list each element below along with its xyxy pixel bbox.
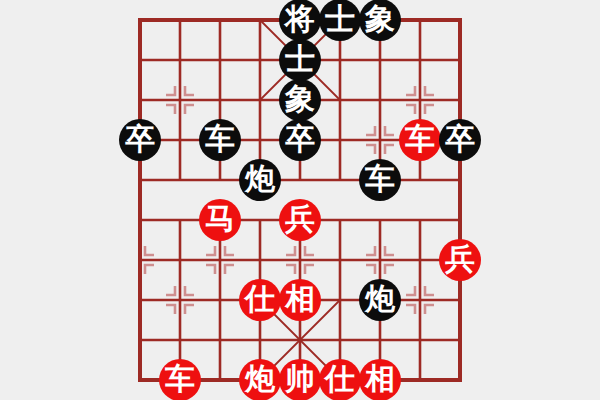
piece-glyph: 马	[205, 204, 235, 234]
piece-black-king[interactable]: 将	[279, 0, 321, 41]
piece-black-elephant[interactable]: 象	[359, 0, 401, 41]
piece-glyph: 卒	[125, 124, 155, 154]
piece-black-chariot[interactable]: 车	[359, 159, 401, 201]
piece-red-soldier[interactable]: 兵	[279, 199, 321, 241]
piece-glyph: 炮	[245, 164, 275, 194]
piece-glyph: 车	[205, 124, 235, 154]
piece-glyph: 象	[365, 4, 395, 34]
piece-red-chariot[interactable]: 车	[159, 359, 201, 400]
piece-glyph: 仕	[245, 284, 275, 314]
piece-red-advisor[interactable]: 仕	[319, 359, 361, 400]
piece-black-advisor[interactable]: 士	[279, 39, 321, 81]
piece-black-soldier[interactable]: 卒	[279, 119, 321, 161]
piece-glyph: 仕	[325, 364, 355, 394]
piece-red-chariot[interactable]: 车	[399, 119, 441, 161]
piece-glyph: 车	[165, 364, 195, 394]
piece-glyph: 卒	[445, 124, 475, 154]
piece-black-cannon[interactable]: 炮	[239, 159, 281, 201]
piece-glyph: 车	[405, 124, 435, 154]
piece-glyph: 帅	[285, 364, 315, 394]
piece-red-elephant[interactable]: 相	[359, 359, 401, 400]
piece-black-elephant[interactable]: 象	[279, 79, 321, 121]
piece-glyph: 象	[285, 84, 315, 114]
piece-glyph: 车	[365, 164, 395, 194]
piece-glyph: 炮	[365, 284, 395, 314]
piece-glyph: 将	[285, 4, 315, 34]
piece-red-king[interactable]: 帅	[279, 359, 321, 400]
pieces-grid: 将士象士象卒车卒车卒炮车马兵兵仕相炮车炮帅仕相	[120, 0, 480, 400]
piece-black-soldier[interactable]: 卒	[119, 119, 161, 161]
piece-glyph: 炮	[245, 364, 275, 394]
piece-black-advisor[interactable]: 士	[319, 0, 361, 41]
piece-red-soldier[interactable]: 兵	[439, 239, 481, 281]
piece-glyph: 卒	[285, 124, 315, 154]
piece-glyph: 相	[365, 364, 395, 394]
piece-red-cannon[interactable]: 炮	[239, 359, 281, 400]
piece-glyph: 士	[325, 4, 355, 34]
piece-black-cannon[interactable]: 炮	[359, 279, 401, 321]
piece-black-chariot[interactable]: 车	[199, 119, 241, 161]
piece-glyph: 兵	[285, 204, 315, 234]
piece-glyph: 兵	[445, 244, 475, 274]
xiangqi-board: 将士象士象卒车卒车卒炮车马兵兵仕相炮车炮帅仕相	[0, 0, 600, 400]
piece-black-soldier[interactable]: 卒	[439, 119, 481, 161]
piece-red-horse[interactable]: 马	[199, 199, 241, 241]
piece-glyph: 士	[285, 44, 315, 74]
piece-red-elephant[interactable]: 相	[279, 279, 321, 321]
piece-glyph: 相	[285, 284, 315, 314]
piece-red-advisor[interactable]: 仕	[239, 279, 281, 321]
